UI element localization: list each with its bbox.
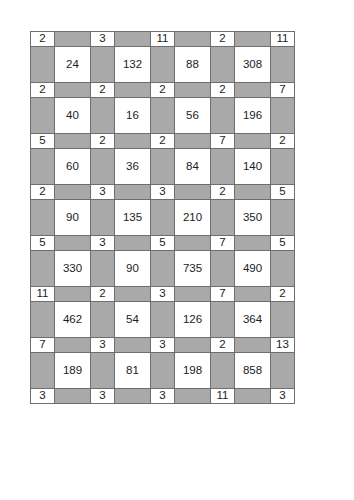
blocked-cell-r9c4 [115, 236, 150, 250]
blocked-cell-r1c6 [175, 32, 210, 46]
cell-r4c2[interactable]: 40 [55, 98, 90, 133]
cell-r9c3[interactable]: 3 [91, 236, 114, 250]
cell-r4c4[interactable]: 16 [115, 98, 150, 133]
blocked-cell-r11c4 [115, 287, 150, 301]
cell-r2c6[interactable]: 88 [175, 47, 210, 82]
cell-r12c2[interactable]: 462 [55, 302, 90, 337]
blocked-cell-r6c7 [211, 149, 234, 184]
cell-r15c7[interactable]: 11 [211, 389, 234, 403]
cell-r15c1[interactable]: 3 [31, 389, 54, 403]
blocked-cell-r6c9 [271, 149, 294, 184]
cell-r2c8[interactable]: 308 [235, 47, 270, 82]
blocked-cell-r7c6 [175, 185, 210, 199]
cell-r3c5[interactable]: 2 [151, 83, 174, 97]
blocked-cell-r1c4 [115, 32, 150, 46]
blocked-cell-r4c7 [211, 98, 234, 133]
blocked-cell-r8c1 [31, 200, 54, 235]
blocked-cell-r15c2 [55, 389, 90, 403]
cell-r8c6[interactable]: 210 [175, 200, 210, 235]
cell-r5c9[interactable]: 2 [271, 134, 294, 148]
blocked-cell-r15c4 [115, 389, 150, 403]
cell-r10c4[interactable]: 90 [115, 251, 150, 286]
blocked-cell-r5c8 [235, 134, 270, 148]
cell-r9c7[interactable]: 7 [211, 236, 234, 250]
cell-r12c6[interactable]: 126 [175, 302, 210, 337]
blocked-cell-r14c9 [271, 353, 294, 388]
blocked-cell-r8c7 [211, 200, 234, 235]
cell-r13c7[interactable]: 2 [211, 338, 234, 352]
cell-r5c3[interactable]: 2 [91, 134, 114, 148]
cell-r13c3[interactable]: 3 [91, 338, 114, 352]
blocked-cell-r1c2 [55, 32, 90, 46]
blocked-cell-r11c8 [235, 287, 270, 301]
blocked-cell-r13c6 [175, 338, 210, 352]
cell-r15c9[interactable]: 3 [271, 389, 294, 403]
blocked-cell-r11c2 [55, 287, 90, 301]
blocked-cell-r4c5 [151, 98, 174, 133]
cell-r5c7[interactable]: 7 [211, 134, 234, 148]
blocked-cell-r10c3 [91, 251, 114, 286]
blocked-cell-r15c8 [235, 389, 270, 403]
cell-r9c9[interactable]: 5 [271, 236, 294, 250]
cell-r11c9[interactable]: 2 [271, 287, 294, 301]
cell-r15c3[interactable]: 3 [91, 389, 114, 403]
cell-r6c8[interactable]: 140 [235, 149, 270, 184]
cell-r6c6[interactable]: 84 [175, 149, 210, 184]
blocked-cell-r3c4 [115, 83, 150, 97]
blocked-cell-r4c9 [271, 98, 294, 133]
cell-r13c9[interactable]: 13 [271, 338, 294, 352]
cell-r1c5[interactable]: 11 [151, 32, 174, 46]
blocked-cell-r9c2 [55, 236, 90, 250]
blocked-cell-r8c9 [271, 200, 294, 235]
blocked-cell-r8c5 [151, 200, 174, 235]
cell-r2c2[interactable]: 24 [55, 47, 90, 82]
blocked-cell-r7c2 [55, 185, 90, 199]
cell-r4c8[interactable]: 196 [235, 98, 270, 133]
cell-r6c2[interactable]: 60 [55, 149, 90, 184]
cell-r3c3[interactable]: 2 [91, 83, 114, 97]
blocked-cell-r6c5 [151, 149, 174, 184]
cell-r1c7[interactable]: 2 [211, 32, 234, 46]
blocked-cell-r13c8 [235, 338, 270, 352]
blocked-cell-r12c7 [211, 302, 234, 337]
cell-r7c7[interactable]: 2 [211, 185, 234, 199]
cell-r3c7[interactable]: 2 [211, 83, 234, 97]
cell-r13c5[interactable]: 3 [151, 338, 174, 352]
cell-r7c3[interactable]: 3 [91, 185, 114, 199]
cell-r7c1[interactable]: 2 [31, 185, 54, 199]
cell-r7c9[interactable]: 5 [271, 185, 294, 199]
cell-r15c5[interactable]: 3 [151, 389, 174, 403]
cell-r8c2[interactable]: 90 [55, 200, 90, 235]
cell-r3c1[interactable]: 2 [31, 83, 54, 97]
cell-r11c3[interactable]: 2 [91, 287, 114, 301]
blocked-cell-r5c2 [55, 134, 90, 148]
cell-r14c4[interactable]: 81 [115, 353, 150, 388]
blocked-cell-r13c2 [55, 338, 90, 352]
cell-r11c1[interactable]: 11 [31, 287, 54, 301]
blocked-cell-r9c6 [175, 236, 210, 250]
blocked-cell-r4c3 [91, 98, 114, 133]
cell-r2c4[interactable]: 132 [115, 47, 150, 82]
blocked-cell-r7c8 [235, 185, 270, 199]
blocked-cell-r12c5 [151, 302, 174, 337]
cell-r10c8[interactable]: 490 [235, 251, 270, 286]
cell-r14c2[interactable]: 189 [55, 353, 90, 388]
blocked-cell-r8c3 [91, 200, 114, 235]
blocked-cell-r10c5 [151, 251, 174, 286]
blocked-cell-r14c7 [211, 353, 234, 388]
blocked-cell-r5c4 [115, 134, 150, 148]
blocked-cell-r6c1 [31, 149, 54, 184]
blocked-cell-r3c6 [175, 83, 210, 97]
cell-r1c9[interactable]: 11 [271, 32, 294, 46]
blocked-cell-r3c2 [55, 83, 90, 97]
cell-r8c4[interactable]: 135 [115, 200, 150, 235]
cell-r8c8[interactable]: 350 [235, 200, 270, 235]
cell-r10c2[interactable]: 330 [55, 251, 90, 286]
blocked-cell-r6c3 [91, 149, 114, 184]
blocked-cell-r14c5 [151, 353, 174, 388]
blocked-cell-r2c3 [91, 47, 114, 82]
cell-r11c7[interactable]: 7 [211, 287, 234, 301]
blocked-cell-r14c1 [31, 353, 54, 388]
cell-r7c5[interactable]: 3 [151, 185, 174, 199]
cell-r14c6[interactable]: 198 [175, 353, 210, 388]
blocked-cell-r1c8 [235, 32, 270, 46]
cell-r9c5[interactable]: 5 [151, 236, 174, 250]
cell-r11c5[interactable]: 3 [151, 287, 174, 301]
cell-r3c9[interactable]: 7 [271, 83, 294, 97]
cell-r14c8[interactable]: 858 [235, 353, 270, 388]
blocked-cell-r13c4 [115, 338, 150, 352]
cell-r1c1[interactable]: 2 [31, 32, 54, 46]
cell-r12c4[interactable]: 54 [115, 302, 150, 337]
cell-r1c3[interactable]: 3 [91, 32, 114, 46]
cell-r4c6[interactable]: 56 [175, 98, 210, 133]
blocked-cell-r2c1 [31, 47, 54, 82]
puzzle-board: 2311211241328830822227401656196522726036… [30, 31, 295, 404]
blocked-cell-r11c6 [175, 287, 210, 301]
blocked-cell-r7c4 [115, 185, 150, 199]
blocked-cell-r10c1 [31, 251, 54, 286]
cell-r5c5[interactable]: 2 [151, 134, 174, 148]
blocked-cell-r12c1 [31, 302, 54, 337]
cell-r9c1[interactable]: 5 [31, 236, 54, 250]
blocked-cell-r10c9 [271, 251, 294, 286]
blocked-cell-r10c7 [211, 251, 234, 286]
blocked-cell-r15c6 [175, 389, 210, 403]
blocked-cell-r12c9 [271, 302, 294, 337]
cell-r5c1[interactable]: 5 [31, 134, 54, 148]
blocked-cell-r5c6 [175, 134, 210, 148]
cell-r6c4[interactable]: 36 [115, 149, 150, 184]
blocked-cell-r3c8 [235, 83, 270, 97]
cell-r12c8[interactable]: 364 [235, 302, 270, 337]
blocked-cell-r4c1 [31, 98, 54, 133]
cell-r13c1[interactable]: 7 [31, 338, 54, 352]
blocked-cell-r9c8 [235, 236, 270, 250]
blocked-cell-r2c9 [271, 47, 294, 82]
blocked-cell-r14c3 [91, 353, 114, 388]
blocked-cell-r2c5 [151, 47, 174, 82]
cell-r10c6[interactable]: 735 [175, 251, 210, 286]
blocked-cell-r12c3 [91, 302, 114, 337]
blocked-cell-r2c7 [211, 47, 234, 82]
